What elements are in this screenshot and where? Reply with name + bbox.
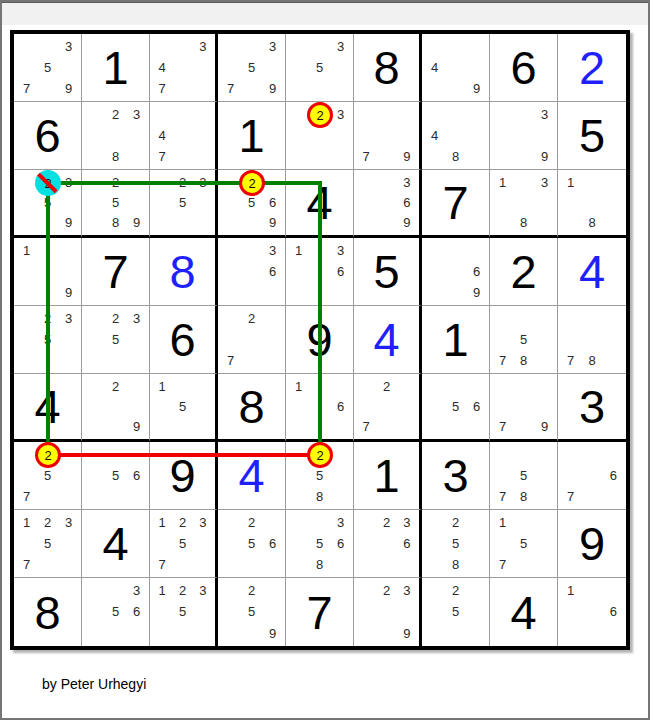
pencil-4: 4: [152, 57, 172, 78]
pencil-1: 1: [16, 512, 37, 533]
pencil-5: 5: [37, 465, 58, 486]
pencil-3: 3: [193, 172, 213, 192]
placed-digit: 4: [218, 442, 285, 509]
pencil-9: 9: [58, 78, 79, 99]
pencil-7: [152, 417, 172, 437]
pencil-3: 3: [58, 36, 79, 57]
pencil-9: 9: [58, 213, 79, 233]
pencil-2: [105, 444, 126, 465]
pencil-7: [220, 213, 241, 233]
pencil-5: [376, 125, 396, 146]
cell-r1c2[interactable]: 1: [82, 34, 150, 102]
cell-r3c4[interactable]: 569: [218, 170, 286, 238]
pencil-6: [126, 396, 147, 416]
pencil-3: [603, 308, 624, 329]
pencil-5: 5: [445, 533, 466, 554]
pencil-5: 5: [37, 329, 58, 350]
pencil-5: [581, 465, 602, 486]
cell-r4c1[interactable]: 19: [14, 238, 82, 306]
cell-r6c8[interactable]: 79: [490, 374, 558, 442]
cell-r7c5[interactable]: 58: [286, 442, 354, 510]
pencil-7: [84, 146, 105, 167]
cell-r1c7[interactable]: 49: [422, 34, 490, 102]
cell-r9c3[interactable]: 1235: [150, 578, 218, 646]
cell-r1c3[interactable]: 347: [150, 34, 218, 102]
pencil-8: 8: [581, 350, 602, 371]
cell-r7c1[interactable]: 57: [14, 442, 82, 510]
cell-r3c2[interactable]: 2589: [82, 170, 150, 238]
pencil-1: [16, 308, 37, 329]
cell-r7c6[interactable]: 1: [354, 442, 422, 510]
cell-r5c4[interactable]: 27: [218, 306, 286, 374]
pencil-5: 5: [309, 465, 330, 486]
pencil-6: 6: [330, 396, 351, 416]
cell-r7c7[interactable]: 3: [422, 442, 490, 510]
pencil-3: 3: [330, 512, 351, 533]
cell-r4c9[interactable]: 4: [558, 238, 626, 306]
pencil-8: [445, 623, 466, 644]
pencil-2: [37, 444, 58, 465]
cell-r2c2[interactable]: 238: [82, 102, 150, 170]
pencil-9: 9: [397, 146, 417, 167]
pencil-8: [309, 78, 330, 99]
pencil-4: [16, 465, 37, 486]
cell-r8c6[interactable]: 236: [354, 510, 422, 578]
pencil-9: [126, 146, 147, 167]
pencil-marks: 258: [422, 510, 489, 577]
pencil-2: 2: [241, 580, 262, 601]
pencil-7: [492, 213, 513, 233]
pencil-4: [492, 329, 513, 350]
pencil-2: [581, 172, 602, 192]
cell-r8c7[interactable]: 258: [422, 510, 490, 578]
cell-r8c1[interactable]: 12357: [14, 510, 82, 578]
pencil-1: 1: [492, 172, 513, 192]
pencil-4: [560, 329, 581, 350]
pencil-3: [534, 308, 555, 329]
pencil-3: [262, 580, 283, 601]
pencil-marks: 235: [82, 306, 149, 373]
pencil-4: [16, 261, 37, 282]
pencil-8: [309, 146, 330, 167]
pencil-6: 6: [262, 533, 283, 554]
pencil-marks: 16: [558, 578, 626, 646]
cell-r6c5[interactable]: 16: [286, 374, 354, 442]
pencil-7: [84, 623, 105, 644]
pencil-6: [262, 601, 283, 622]
pencil-4: [220, 329, 241, 350]
cell-r2c8[interactable]: 39: [490, 102, 558, 170]
pencil-4: 4: [152, 125, 172, 146]
pencil-1: 1: [152, 580, 172, 601]
pencil-marks: 347: [150, 34, 215, 101]
cell-r5c7[interactable]: 1: [422, 306, 490, 374]
pencil-marks: 157: [490, 510, 557, 577]
cell-r9c6[interactable]: 239: [354, 578, 422, 646]
pencil-1: [220, 36, 241, 57]
pencil-marks: 56: [82, 442, 149, 509]
pencil-marks: 12357: [14, 510, 81, 577]
sudoku-app-window: 3579134735793584962623847137948395359258…: [0, 0, 650, 720]
cell-r1c8[interactable]: 6: [490, 34, 558, 102]
pencil-1: [16, 172, 37, 192]
solved-digit: 6: [14, 102, 81, 169]
pencil-marks: 235: [14, 306, 81, 373]
pencil-9: [330, 78, 351, 99]
pencil-2: 2: [376, 580, 396, 601]
cell-r9c8[interactable]: 4: [490, 578, 558, 646]
pencil-9: 9: [534, 417, 555, 437]
pencil-9: [193, 623, 213, 644]
cell-r3c7[interactable]: 7: [422, 170, 490, 238]
pencil-2: [172, 104, 192, 125]
cell-r9c4[interactable]: 259: [218, 578, 286, 646]
pencil-6: [193, 192, 213, 212]
pencil-marks: 58: [286, 442, 353, 509]
placed-digit: 4: [558, 238, 626, 305]
pencil-1: [492, 104, 513, 125]
cell-r2c4[interactable]: 1: [218, 102, 286, 170]
cell-r8c9[interactable]: 9: [558, 510, 626, 578]
cell-r3c8[interactable]: 138: [490, 170, 558, 238]
pencil-3: [466, 104, 487, 125]
pencil-7: [16, 213, 37, 233]
cell-r8c3[interactable]: 12357: [150, 510, 218, 578]
pencil-6: [534, 533, 555, 554]
cell-r6c2[interactable]: 29: [82, 374, 150, 442]
pencil-4: [152, 396, 172, 416]
pencil-1: [288, 444, 309, 465]
pencil-marks: 3568: [286, 510, 353, 577]
cell-r1c4[interactable]: 3579: [218, 34, 286, 102]
pencil-9: [58, 350, 79, 371]
pencil-2: [581, 444, 602, 465]
pencil-5: [445, 261, 466, 282]
pencil-9: [397, 554, 417, 575]
pencil-2: [105, 580, 126, 601]
cell-r8c5[interactable]: 3568: [286, 510, 354, 578]
pencil-6: 6: [330, 261, 351, 282]
pencil-1: [492, 444, 513, 465]
pencil-8: [241, 282, 262, 303]
cell-r6c6[interactable]: 27: [354, 374, 422, 442]
pencil-7: [288, 554, 309, 575]
cell-r4c2[interactable]: 7: [82, 238, 150, 306]
pencil-2: [241, 172, 262, 192]
pencil-9: [534, 486, 555, 507]
pencil-7: [288, 146, 309, 167]
pencil-5: [513, 396, 534, 416]
cell-r8c8[interactable]: 157: [490, 510, 558, 578]
cell-r4c6[interactable]: 5: [354, 238, 422, 306]
pencil-8: [172, 146, 192, 167]
cell-r8c2[interactable]: 4: [82, 510, 150, 578]
pencil-4: [492, 125, 513, 146]
pencil-3: [126, 376, 147, 396]
pencil-marks: 2589: [82, 170, 149, 235]
pencil-1: [424, 376, 445, 396]
pencil-marks: 239: [354, 578, 419, 646]
pencil-9: [534, 554, 555, 575]
pencil-2: [513, 376, 534, 396]
pencil-1: 1: [288, 240, 309, 261]
cell-r2c5[interactable]: 3: [286, 102, 354, 170]
pencil-marks: 19: [14, 238, 81, 305]
pencil-7: 7: [16, 78, 37, 99]
pencil-5: 5: [105, 601, 126, 622]
solved-digit: 2: [490, 238, 557, 305]
cell-r3c1[interactable]: 359: [14, 170, 82, 238]
cell-r8c4[interactable]: 256: [218, 510, 286, 578]
pencil-marks: 259: [218, 578, 285, 646]
pencil-3: [466, 376, 487, 396]
pencil-2: [513, 512, 534, 533]
cell-r5c9[interactable]: 78: [558, 306, 626, 374]
pencil-7: 7: [356, 146, 376, 167]
pencil-7: [356, 213, 376, 233]
pencil-5: [309, 396, 330, 416]
cell-r3c5[interactable]: 4: [286, 170, 354, 238]
pencil-7: [288, 417, 309, 437]
pencil-9: 9: [262, 213, 283, 233]
cell-r6c7[interactable]: 56: [422, 374, 490, 442]
pencil-4: [356, 533, 376, 554]
pencil-8: [37, 554, 58, 575]
cell-r6c3[interactable]: 15: [150, 374, 218, 442]
cell-r2c7[interactable]: 48: [422, 102, 490, 170]
pencil-2: [513, 172, 534, 192]
pencil-6: [330, 125, 351, 146]
cell-r2c9[interactable]: 5: [558, 102, 626, 170]
pencil-3: [603, 172, 624, 192]
cell-r6c1[interactable]: 4: [14, 374, 82, 442]
pencil-3: 3: [58, 172, 79, 192]
pencil-7: [16, 282, 37, 303]
pencil-5: 5: [37, 533, 58, 554]
pencil-5: 5: [172, 533, 192, 554]
pencil-6: 6: [466, 396, 487, 416]
cell-r5c8[interactable]: 578: [490, 306, 558, 374]
pencil-6: [466, 601, 487, 622]
pencil-8: [581, 623, 602, 644]
pencil-9: [603, 213, 624, 233]
pencil-5: 5: [37, 192, 58, 212]
pencil-2: 2: [172, 172, 192, 192]
pencil-5: 5: [241, 57, 262, 78]
pencil-4: [84, 465, 105, 486]
cell-r7c4[interactable]: 4: [218, 442, 286, 510]
pencil-5: [581, 329, 602, 350]
pencil-marks: 79: [490, 374, 557, 439]
cell-r6c9[interactable]: 3: [558, 374, 626, 442]
pencil-3: 3: [126, 104, 147, 125]
pencil-1: 1: [152, 376, 172, 396]
pencil-6: [58, 57, 79, 78]
pencil-7: [220, 282, 241, 303]
cell-r3c9[interactable]: 18: [558, 170, 626, 238]
cell-r4c5[interactable]: 136: [286, 238, 354, 306]
cell-r4c3[interactable]: 8: [150, 238, 218, 306]
pencil-5: 5: [241, 601, 262, 622]
pencil-9: [126, 486, 147, 507]
pencil-4: [152, 192, 172, 212]
cell-r5c3[interactable]: 6: [150, 306, 218, 374]
pencil-2: [241, 36, 262, 57]
pencil-8: 8: [105, 213, 126, 233]
pencil-3: [534, 512, 555, 533]
window-titlebar: [2, 2, 648, 25]
pencil-2: 2: [105, 104, 126, 125]
pencil-6: [330, 57, 351, 78]
cell-r7c9[interactable]: 67: [558, 442, 626, 510]
placed-digit: 2: [558, 34, 626, 101]
pencil-4: [220, 533, 241, 554]
solved-digit: 8: [14, 578, 81, 646]
cell-r5c6[interactable]: 4: [354, 306, 422, 374]
solved-digit: 9: [558, 510, 626, 577]
pencil-4: [356, 601, 376, 622]
pencil-6: [193, 601, 213, 622]
pencil-9: 9: [534, 146, 555, 167]
pencil-3: 3: [397, 580, 417, 601]
pencil-5: 5: [241, 533, 262, 554]
pencil-4: [288, 125, 309, 146]
pencil-7: 7: [492, 486, 513, 507]
pencil-2: 2: [37, 512, 58, 533]
pencil-4: [424, 601, 445, 622]
pencil-9: 9: [126, 417, 147, 437]
pencil-6: [58, 192, 79, 212]
pencil-3: 3: [397, 172, 417, 192]
pencil-3: [58, 444, 79, 465]
pencil-3: 3: [193, 36, 213, 57]
solved-digit: 7: [286, 578, 353, 646]
cell-r6c4[interactable]: 8: [218, 374, 286, 442]
pencil-9: [397, 417, 417, 437]
pencil-6: 6: [397, 533, 417, 554]
pencil-5: [241, 261, 262, 282]
pencil-1: 1: [288, 376, 309, 396]
placed-digit: 8: [150, 238, 215, 305]
pencil-9: [126, 623, 147, 644]
pencil-2: [309, 104, 330, 125]
cell-r5c2[interactable]: 235: [82, 306, 150, 374]
cell-r2c3[interactable]: 47: [150, 102, 218, 170]
pencil-9: 9: [466, 78, 487, 99]
pencil-3: 3: [397, 512, 417, 533]
pencil-3: [603, 444, 624, 465]
pencil-6: [534, 329, 555, 350]
pencil-1: [152, 104, 172, 125]
pencil-marks: 578: [490, 306, 557, 373]
pencil-5: [581, 192, 602, 212]
cell-r2c1[interactable]: 6: [14, 102, 82, 170]
pencil-1: [220, 512, 241, 533]
pencil-2: [376, 172, 396, 192]
pencil-5: [105, 396, 126, 416]
pencil-7: [84, 213, 105, 233]
pencil-1: [288, 512, 309, 533]
pencil-8: [445, 282, 466, 303]
pencil-3: [534, 376, 555, 396]
pencil-9: 9: [262, 78, 283, 99]
cell-r7c2[interactable]: 56: [82, 442, 150, 510]
pencil-marks: 3: [286, 102, 353, 169]
cell-r9c7[interactable]: 25: [422, 578, 490, 646]
pencil-4: [16, 192, 37, 212]
pencil-6: 6: [466, 261, 487, 282]
cell-r4c4[interactable]: 36: [218, 238, 286, 306]
pencil-2: 2: [241, 308, 262, 329]
cell-r1c9[interactable]: 2: [558, 34, 626, 102]
pencil-6: [58, 329, 79, 350]
pencil-marks: 18: [558, 170, 626, 235]
pencil-2: [241, 240, 262, 261]
cell-r1c1[interactable]: 3579: [14, 34, 82, 102]
pencil-8: [241, 350, 262, 371]
pencil-4: [220, 261, 241, 282]
cell-r1c6[interactable]: 8: [354, 34, 422, 102]
pencil-1: [356, 580, 376, 601]
pencil-7: [356, 554, 376, 575]
pencil-6: [466, 57, 487, 78]
cell-r4c7[interactable]: 69: [422, 238, 490, 306]
pencil-5: 5: [241, 192, 262, 212]
pencil-9: [193, 417, 213, 437]
pencil-2: 2: [105, 172, 126, 192]
pencil-8: 8: [513, 486, 534, 507]
cell-r9c9[interactable]: 16: [558, 578, 626, 646]
cell-r1c5[interactable]: 35: [286, 34, 354, 102]
cell-r5c5[interactable]: 9: [286, 306, 354, 374]
pencil-3: [330, 376, 351, 396]
cell-r4c8[interactable]: 2: [490, 238, 558, 306]
pencil-1: [356, 376, 376, 396]
pencil-6: [397, 396, 417, 416]
pencil-6: 6: [330, 533, 351, 554]
cell-r7c3[interactable]: 9: [150, 442, 218, 510]
pencil-4: [288, 465, 309, 486]
pencil-marks: 67: [558, 442, 626, 509]
cell-r9c5[interactable]: 7: [286, 578, 354, 646]
pencil-2: 2: [445, 512, 466, 533]
cell-r2c6[interactable]: 79: [354, 102, 422, 170]
pencil-3: [126, 172, 147, 192]
pencil-6: [126, 329, 147, 350]
cell-r7c8[interactable]: 578: [490, 442, 558, 510]
cell-r9c2[interactable]: 356: [82, 578, 150, 646]
cell-r3c3[interactable]: 235: [150, 170, 218, 238]
cell-r9c1[interactable]: 8: [14, 578, 82, 646]
pencil-4: [84, 125, 105, 146]
cell-r5c1[interactable]: 235: [14, 306, 82, 374]
pencil-3: 3: [193, 580, 213, 601]
pencil-6: [534, 125, 555, 146]
pencil-8: [105, 623, 126, 644]
pencil-5: 5: [513, 329, 534, 350]
pencil-2: [172, 36, 192, 57]
pencil-6: [58, 261, 79, 282]
pencil-5: [105, 125, 126, 146]
pencil-4: [220, 601, 241, 622]
pencil-5: 5: [105, 329, 126, 350]
pencil-1: [84, 444, 105, 465]
pencil-5: [37, 261, 58, 282]
pencil-7: 7: [16, 486, 37, 507]
pencil-marks: 356: [82, 578, 149, 646]
cell-r3c6[interactable]: 369: [354, 170, 422, 238]
pencil-4: [288, 533, 309, 554]
